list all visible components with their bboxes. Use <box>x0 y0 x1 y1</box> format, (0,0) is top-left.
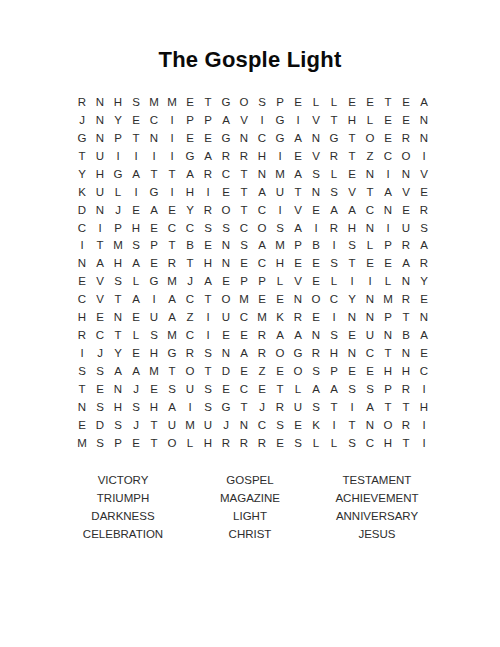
grid-cell: L <box>379 272 397 290</box>
grid-cell: N <box>217 254 235 272</box>
grid-cell: I <box>343 272 361 290</box>
grid-cell: E <box>361 254 379 272</box>
grid-cell: R <box>415 201 433 219</box>
grid-cell: L <box>271 272 289 290</box>
grid-cell: T <box>199 362 217 380</box>
grid-cell: M <box>163 93 181 111</box>
grid-cell: O <box>163 434 181 452</box>
grid-cell: T <box>379 93 397 111</box>
word-search-grid: RNHSMMETGOSPELLEETEAJNYECIPPAVIGIVTHLEEN… <box>73 93 433 452</box>
grid-cell: I <box>379 165 397 183</box>
grid-cell: G <box>73 129 91 147</box>
grid-cell: S <box>289 434 307 452</box>
grid-cell: R <box>199 165 217 183</box>
grid-cell: A <box>127 290 145 308</box>
grid-cell: E <box>289 416 307 434</box>
grid-cell: H <box>199 434 217 452</box>
grid-cell: M <box>253 308 271 326</box>
grid-cell: S <box>307 398 325 416</box>
grid-cell: J <box>217 416 235 434</box>
grid-cell: E <box>307 272 325 290</box>
grid-cell: C <box>73 290 91 308</box>
grid-cell: Z <box>253 362 271 380</box>
grid-cell: C <box>163 219 181 237</box>
grid-cell: M <box>145 93 163 111</box>
grid-cell: O <box>217 290 235 308</box>
grid-cell: E <box>163 201 181 219</box>
grid-cell: C <box>181 219 199 237</box>
grid-cell: T <box>325 111 343 129</box>
grid-cell: S <box>109 272 127 290</box>
grid-cell: C <box>91 326 109 344</box>
grid-cell: H <box>271 254 289 272</box>
grid-cell: T <box>289 183 307 201</box>
grid-cell: Y <box>343 290 361 308</box>
grid-cell: T <box>145 165 163 183</box>
grid-cell: L <box>325 272 343 290</box>
grid-cell: H <box>145 344 163 362</box>
grid-cell: I <box>163 129 181 147</box>
grid-cell: P <box>109 129 127 147</box>
grid-cell: R <box>235 147 253 165</box>
grid-cell: G <box>145 272 163 290</box>
grid-cell: S <box>325 183 343 201</box>
grid-cell: U <box>217 308 235 326</box>
grid-cell: E <box>145 380 163 398</box>
grid-cell: H <box>181 183 199 201</box>
grid-cell: E <box>379 111 397 129</box>
grid-cell: N <box>343 344 361 362</box>
grid-cell: L <box>127 272 145 290</box>
grid-cell: V <box>415 165 433 183</box>
grid-cell: N <box>415 111 433 129</box>
grid-cell: S <box>73 362 91 380</box>
grid-cell: G <box>109 165 127 183</box>
grid-cell: R <box>325 147 343 165</box>
grid-cell: V <box>307 111 325 129</box>
word-item: ACHIEVEMENT <box>314 489 441 507</box>
grid-cell: O <box>181 362 199 380</box>
grid-cell: N <box>91 93 109 111</box>
grid-cell: R <box>397 380 415 398</box>
grid-cell: A <box>379 183 397 201</box>
grid-cell: N <box>361 165 379 183</box>
grid-cell: T <box>235 398 253 416</box>
grid-cell: N <box>361 416 379 434</box>
grid-cell: M <box>109 237 127 255</box>
grid-cell: P <box>199 111 217 129</box>
grid-cell: C <box>325 290 343 308</box>
grid-cell: N <box>73 398 91 416</box>
grid-cell: I <box>199 308 217 326</box>
grid-cell: S <box>127 398 145 416</box>
grid-cell: E <box>307 201 325 219</box>
grid-cell: T <box>199 290 217 308</box>
grid-cell: R <box>397 290 415 308</box>
grid-cell: P <box>109 219 127 237</box>
grid-cell: E <box>307 308 325 326</box>
grid-cell: E <box>397 111 415 129</box>
grid-cell: E <box>379 129 397 147</box>
grid-cell: I <box>325 308 343 326</box>
grid-cell: C <box>235 219 253 237</box>
grid-cell: A <box>91 254 109 272</box>
grid-cell: I <box>361 272 379 290</box>
grid-cell: P <box>379 308 397 326</box>
grid-cell: L <box>109 183 127 201</box>
grid-cell: V <box>91 290 109 308</box>
grid-cell: U <box>289 398 307 416</box>
grid-cell: E <box>271 290 289 308</box>
grid-cell: I <box>163 111 181 129</box>
grid-cell: I <box>289 111 307 129</box>
puzzle-title: The Gosple Light <box>0 46 500 73</box>
grid-cell: C <box>235 308 253 326</box>
grid-cell: S <box>217 219 235 237</box>
grid-cell: N <box>73 254 91 272</box>
grid-cell: D <box>217 362 235 380</box>
grid-cell: N <box>307 183 325 201</box>
grid-cell: O <box>307 290 325 308</box>
grid-cell: T <box>343 147 361 165</box>
grid-cell: G <box>325 129 343 147</box>
grid-cell: E <box>343 93 361 111</box>
grid-cell: E <box>343 362 361 380</box>
grid-cell: N <box>307 129 325 147</box>
grid-cell: E <box>343 326 361 344</box>
grid-cell: R <box>289 308 307 326</box>
grid-cell: R <box>235 434 253 452</box>
grid-cell: P <box>109 434 127 452</box>
grid-cell: N <box>253 165 271 183</box>
grid-cell: T <box>109 290 127 308</box>
grid-cell: J <box>127 380 145 398</box>
grid-cell: I <box>73 344 91 362</box>
grid-cell: L <box>127 326 145 344</box>
grid-cell: E <box>145 219 163 237</box>
word-list: VICTORYTRIUMPHDARKNESSCELEBRATIONGOSPELM… <box>0 471 500 543</box>
grid-cell: A <box>289 219 307 237</box>
grid-cell: S <box>415 219 433 237</box>
grid-cell: J <box>181 272 199 290</box>
grid-cell: M <box>271 165 289 183</box>
grid-cell: A <box>235 344 253 362</box>
grid-cell: H <box>343 111 361 129</box>
grid-cell: S <box>199 398 217 416</box>
grid-cell: I <box>127 147 145 165</box>
grid-cell: O <box>361 129 379 147</box>
grid-cell: H <box>73 308 91 326</box>
grid-cell: A <box>109 362 127 380</box>
grid-cell: G <box>217 129 235 147</box>
grid-cell: T <box>343 254 361 272</box>
grid-cell: S <box>325 254 343 272</box>
word-column: VICTORYTRIUMPHDARKNESSCELEBRATION <box>60 471 187 543</box>
grid-cell: T <box>163 165 181 183</box>
grid-cell: M <box>73 434 91 452</box>
grid-cell: E <box>415 290 433 308</box>
grid-cell: E <box>289 93 307 111</box>
grid-cell: E <box>73 416 91 434</box>
grid-cell: S <box>271 416 289 434</box>
grid-cell: I <box>109 147 127 165</box>
grid-cell: C <box>361 344 379 362</box>
grid-cell: I <box>163 183 181 201</box>
grid-cell: K <box>73 183 91 201</box>
grid-cell: A <box>127 362 145 380</box>
grid-cell: S <box>307 165 325 183</box>
grid-cell: E <box>127 111 145 129</box>
grid-cell: E <box>235 254 253 272</box>
grid-cell: U <box>181 380 199 398</box>
grid-cell: S <box>109 416 127 434</box>
grid-cell: A <box>289 326 307 344</box>
grid-cell: E <box>91 308 109 326</box>
grid-cell: I <box>415 147 433 165</box>
grid-cell: L <box>307 434 325 452</box>
grid-cell: E <box>235 326 253 344</box>
grid-cell: R <box>217 147 235 165</box>
grid-cell: S <box>127 237 145 255</box>
grid-cell: R <box>217 434 235 452</box>
puzzle-page: The Gosple Light RNHSMMETGOSPELLEETEAJNY… <box>0 0 500 647</box>
grid-cell: A <box>415 326 433 344</box>
grid-cell: I <box>181 398 199 416</box>
word-item: TESTAMENT <box>314 471 441 489</box>
grid-cell: T <box>397 434 415 452</box>
grid-cell: I <box>325 237 343 255</box>
grid-cell: E <box>217 326 235 344</box>
grid-cell: H <box>109 254 127 272</box>
grid-cell: S <box>343 380 361 398</box>
grid-cell: E <box>127 434 145 452</box>
grid-cell: O <box>289 362 307 380</box>
grid-cell: T <box>235 165 253 183</box>
grid-cell: Y <box>181 201 199 219</box>
grid-cell: E <box>181 93 199 111</box>
grid-cell: N <box>145 129 163 147</box>
grid-cell: Y <box>109 111 127 129</box>
grid-cell: E <box>415 344 433 362</box>
grid-cell: E <box>379 254 397 272</box>
grid-cell: A <box>199 272 217 290</box>
grid-cell: T <box>127 129 145 147</box>
grid-cell: R <box>415 254 433 272</box>
grid-cell: E <box>91 380 109 398</box>
grid-cell: E <box>361 93 379 111</box>
grid-cell: N <box>91 111 109 129</box>
grid-cell: C <box>253 129 271 147</box>
grid-cell: U <box>199 416 217 434</box>
grid-cell: E <box>217 380 235 398</box>
grid-cell: N <box>235 416 253 434</box>
grid-cell: C <box>73 219 91 237</box>
grid-cell: N <box>361 219 379 237</box>
grid-cell: C <box>145 111 163 129</box>
grid-cell: C <box>253 254 271 272</box>
grid-cell: A <box>415 237 433 255</box>
grid-cell: P <box>235 272 253 290</box>
grid-cell: M <box>163 326 181 344</box>
grid-cell: C <box>361 434 379 452</box>
grid-cell: R <box>73 93 91 111</box>
grid-cell: A <box>163 398 181 416</box>
grid-cell: A <box>163 308 181 326</box>
grid-cell: I <box>91 219 109 237</box>
grid-cell: S <box>127 93 145 111</box>
grid-cell: V <box>289 272 307 290</box>
grid-cell: R <box>181 344 199 362</box>
grid-cell: A <box>397 254 415 272</box>
grid-cell: N <box>379 201 397 219</box>
grid-cell: H <box>109 398 127 416</box>
grid-cell: T <box>181 254 199 272</box>
grid-cell: E <box>199 129 217 147</box>
grid-cell: G <box>271 111 289 129</box>
grid-cell: S <box>307 362 325 380</box>
grid-cell: D <box>73 201 91 219</box>
grid-cell: C <box>253 416 271 434</box>
grid-cell: N <box>217 344 235 362</box>
grid-cell: L <box>361 237 379 255</box>
grid-cell: G <box>181 147 199 165</box>
grid-cell: C <box>181 326 199 344</box>
grid-cell: T <box>235 183 253 201</box>
grid-cell: A <box>325 380 343 398</box>
grid-cell: N <box>307 326 325 344</box>
grid-cell: S <box>271 219 289 237</box>
grid-cell: H <box>199 254 217 272</box>
grid-cell: A <box>361 398 379 416</box>
grid-cell: J <box>253 398 271 416</box>
grid-cell: B <box>181 237 199 255</box>
grid-cell: S <box>325 326 343 344</box>
grid-cell: N <box>109 308 127 326</box>
grid-cell: M <box>145 362 163 380</box>
grid-cell: Y <box>415 272 433 290</box>
grid-cell: I <box>199 183 217 201</box>
word-item: CHRIST <box>187 525 314 543</box>
grid-cell: P <box>379 380 397 398</box>
grid-cell: T <box>145 434 163 452</box>
grid-cell: E <box>127 344 145 362</box>
grid-cell: G <box>271 129 289 147</box>
grid-cell: Z <box>181 308 199 326</box>
grid-cell: R <box>397 129 415 147</box>
grid-cell: T <box>397 308 415 326</box>
grid-cell: L <box>325 93 343 111</box>
grid-cell: C <box>379 147 397 165</box>
grid-cell: S <box>343 237 361 255</box>
grid-cell: V <box>343 183 361 201</box>
grid-cell: N <box>361 290 379 308</box>
grid-cell: I <box>271 147 289 165</box>
grid-cell: T <box>73 147 91 165</box>
grid-cell: H <box>325 344 343 362</box>
grid-cell: I <box>415 380 433 398</box>
grid-cell: T <box>145 416 163 434</box>
grid-cell: L <box>181 434 199 452</box>
grid-cell: G <box>217 93 235 111</box>
grid-cell: C <box>181 290 199 308</box>
grid-cell: O <box>217 201 235 219</box>
grid-cell: T <box>379 398 397 416</box>
grid-cell: O <box>379 416 397 434</box>
grid-cell: I <box>73 237 91 255</box>
word-item: JESUS <box>314 525 441 543</box>
grid-cell: N <box>109 380 127 398</box>
grid-cell: U <box>361 326 379 344</box>
grid-cell: N <box>217 237 235 255</box>
grid-cell: C <box>415 362 433 380</box>
grid-cell: E <box>199 237 217 255</box>
grid-cell: I <box>199 326 217 344</box>
grid-cell: E <box>415 183 433 201</box>
grid-cell: S <box>199 380 217 398</box>
grid-cell: I <box>379 219 397 237</box>
grid-cell: U <box>91 183 109 201</box>
grid-cell: M <box>271 237 289 255</box>
grid-cell: A <box>343 201 361 219</box>
grid-cell: A <box>325 201 343 219</box>
grid-cell: R <box>253 434 271 452</box>
grid-cell: M <box>163 272 181 290</box>
grid-cell: R <box>325 219 343 237</box>
grid-cell: R <box>199 201 217 219</box>
grid-cell: I <box>127 183 145 201</box>
grid-cell: Z <box>361 147 379 165</box>
grid-cell: I <box>343 398 361 416</box>
grid-cell: L <box>325 165 343 183</box>
grid-cell: A <box>271 326 289 344</box>
grid-cell: M <box>181 416 199 434</box>
word-item: CELEBRATION <box>60 525 187 543</box>
grid-cell: J <box>91 344 109 362</box>
grid-cell: S <box>199 219 217 237</box>
grid-cell: A <box>199 147 217 165</box>
grid-cell: I <box>415 434 433 452</box>
grid-cell: P <box>325 362 343 380</box>
grid-cell: P <box>253 272 271 290</box>
grid-cell: I <box>253 111 271 129</box>
grid-cell: T <box>397 398 415 416</box>
grid-cell: Y <box>109 344 127 362</box>
grid-cell: G <box>217 398 235 416</box>
grid-cell: Y <box>73 165 91 183</box>
grid-cell: E <box>253 290 271 308</box>
grid-cell: T <box>361 183 379 201</box>
grid-cell: R <box>163 254 181 272</box>
grid-cell: E <box>145 254 163 272</box>
grid-cell: H <box>379 434 397 452</box>
grid-cell: H <box>415 398 433 416</box>
grid-cell: E <box>127 308 145 326</box>
grid-cell: N <box>415 129 433 147</box>
grid-cell: E <box>397 201 415 219</box>
grid-cell: S <box>91 362 109 380</box>
grid-cell: I <box>325 416 343 434</box>
grid-cell: E <box>307 254 325 272</box>
grid-cell: N <box>343 308 361 326</box>
grid-cell: I <box>415 416 433 434</box>
grid-cell: E <box>271 362 289 380</box>
grid-cell: L <box>307 93 325 111</box>
grid-cell: S <box>91 398 109 416</box>
grid-cell: T <box>199 93 217 111</box>
grid-cell: T <box>325 398 343 416</box>
grid-cell: N <box>91 201 109 219</box>
grid-cell: J <box>73 111 91 129</box>
